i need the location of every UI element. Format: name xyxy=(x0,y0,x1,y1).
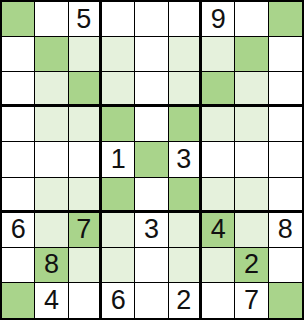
cell-r8c2: 8 xyxy=(35,248,68,283)
cell-r8c6[interactable] xyxy=(169,248,202,283)
cell-r7c6[interactable] xyxy=(169,213,202,248)
cell-r6c7[interactable] xyxy=(202,178,235,213)
cell-r3c1[interactable] xyxy=(2,72,35,107)
cell-r3c7[interactable] xyxy=(202,72,235,107)
cell-r3c5[interactable] xyxy=(135,72,168,107)
cell-r8c9[interactable] xyxy=(269,248,302,283)
cell-r4c6[interactable] xyxy=(169,107,202,142)
cell-r9c8: 7 xyxy=(235,283,268,318)
cell-r9c4: 6 xyxy=(102,283,135,318)
cell-r6c2[interactable] xyxy=(35,178,68,213)
cell-r4c9[interactable] xyxy=(269,107,302,142)
cell-r1c6[interactable] xyxy=(169,2,202,37)
cell-r7c7: 4 xyxy=(202,213,235,248)
cell-r5c4: 1 xyxy=(102,142,135,177)
cell-r2c9[interactable] xyxy=(269,37,302,72)
cell-r6c5[interactable] xyxy=(135,178,168,213)
cell-r3c4[interactable] xyxy=(102,72,135,107)
cell-r7c3: 7 xyxy=(69,213,102,248)
cell-r2c1[interactable] xyxy=(2,37,35,72)
cell-r1c2[interactable] xyxy=(35,2,68,37)
cell-r5c7[interactable] xyxy=(202,142,235,177)
cell-r4c5[interactable] xyxy=(135,107,168,142)
cell-r6c4[interactable] xyxy=(102,178,135,213)
cell-r1c1[interactable] xyxy=(2,2,35,37)
cell-r5c1[interactable] xyxy=(2,142,35,177)
cell-r5c2[interactable] xyxy=(35,142,68,177)
cell-r8c3[interactable] xyxy=(69,248,102,283)
cell-r4c8[interactable] xyxy=(235,107,268,142)
cell-r7c2[interactable] xyxy=(35,213,68,248)
cell-r4c7[interactable] xyxy=(202,107,235,142)
cell-r1c5[interactable] xyxy=(135,2,168,37)
cell-r8c8: 2 xyxy=(235,248,268,283)
cell-r9c6: 2 xyxy=(169,283,202,318)
cell-r9c5[interactable] xyxy=(135,283,168,318)
cell-r5c3[interactable] xyxy=(69,142,102,177)
cell-r1c9[interactable] xyxy=(269,2,302,37)
cell-r1c8[interactable] xyxy=(235,2,268,37)
cell-r6c1[interactable] xyxy=(2,178,35,213)
cell-r2c3[interactable] xyxy=(69,37,102,72)
cell-r7c4[interactable] xyxy=(102,213,135,248)
cell-r8c7[interactable] xyxy=(202,248,235,283)
cell-r6c3[interactable] xyxy=(69,178,102,213)
cell-r3c9[interactable] xyxy=(269,72,302,107)
cell-r9c3[interactable] xyxy=(69,283,102,318)
cell-r1c3: 5 xyxy=(69,2,102,37)
cell-r9c9[interactable] xyxy=(269,283,302,318)
cell-r7c8[interactable] xyxy=(235,213,268,248)
cell-r5c8[interactable] xyxy=(235,142,268,177)
cell-r4c4[interactable] xyxy=(102,107,135,142)
cell-r6c6[interactable] xyxy=(169,178,202,213)
cell-r5c6: 3 xyxy=(169,142,202,177)
cell-r9c2: 4 xyxy=(35,283,68,318)
cell-r5c9[interactable] xyxy=(269,142,302,177)
cell-r2c7[interactable] xyxy=(202,37,235,72)
cell-r2c2[interactable] xyxy=(35,37,68,72)
cell-r6c9[interactable] xyxy=(269,178,302,213)
cell-r3c2[interactable] xyxy=(35,72,68,107)
cell-r2c8[interactable] xyxy=(235,37,268,72)
cell-r2c4[interactable] xyxy=(102,37,135,72)
cell-r2c6[interactable] xyxy=(169,37,202,72)
cell-r9c7[interactable] xyxy=(202,283,235,318)
cell-r3c3[interactable] xyxy=(69,72,102,107)
cell-r3c6[interactable] xyxy=(169,72,202,107)
cell-r4c2[interactable] xyxy=(35,107,68,142)
cell-r7c5: 3 xyxy=(135,213,168,248)
cell-r7c1: 6 xyxy=(2,213,35,248)
sudoku-board: 591367348824627 xyxy=(0,0,304,320)
cell-r3c8[interactable] xyxy=(235,72,268,107)
cell-r5c5[interactable] xyxy=(135,142,168,177)
cell-r9c1[interactable] xyxy=(2,283,35,318)
cell-r6c8[interactable] xyxy=(235,178,268,213)
cell-r8c5[interactable] xyxy=(135,248,168,283)
cell-r8c1[interactable] xyxy=(2,248,35,283)
cell-r8c4[interactable] xyxy=(102,248,135,283)
cell-r1c7: 9 xyxy=(202,2,235,37)
cell-r7c9: 8 xyxy=(269,213,302,248)
cell-r2c5[interactable] xyxy=(135,37,168,72)
cell-r4c1[interactable] xyxy=(2,107,35,142)
cell-r1c4[interactable] xyxy=(102,2,135,37)
cell-r4c3[interactable] xyxy=(69,107,102,142)
